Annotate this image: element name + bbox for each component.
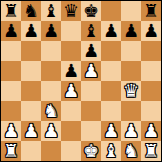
square-b5[interactable] [21,61,41,81]
square-c5[interactable] [41,61,61,81]
piece-white-pawn[interactable]: ♟ [143,121,159,141]
square-e5[interactable]: ♟ [81,61,101,81]
square-c7[interactable]: ♟ [41,21,61,41]
square-f2[interactable]: ♟ [101,121,121,141]
square-h6[interactable] [141,41,161,61]
piece-white-queen[interactable]: ♛ [123,81,139,101]
square-b2[interactable]: ♟ [21,121,41,141]
piece-black-pawn[interactable]: ♟ [3,21,19,41]
square-g7[interactable]: ♟ [121,21,141,41]
square-c1[interactable] [41,141,61,161]
square-f5[interactable] [101,61,121,81]
square-f6[interactable] [101,41,121,61]
piece-white-rook[interactable]: ♜ [143,141,159,161]
square-b3[interactable] [21,101,41,121]
square-a5[interactable] [1,61,21,81]
square-g2[interactable]: ♟ [121,121,141,141]
square-h3[interactable] [141,101,161,121]
piece-black-pawn[interactable]: ♟ [143,21,159,41]
piece-black-rook[interactable]: ♜ [143,1,159,21]
piece-black-pawn[interactable]: ♟ [83,41,99,61]
square-d8[interactable]: ♛ [61,1,81,21]
square-h7[interactable]: ♟ [141,21,161,41]
piece-white-pawn[interactable]: ♟ [123,121,139,141]
square-d2[interactable] [61,121,81,141]
square-b8[interactable]: ♞ [21,1,41,21]
square-e7[interactable]: ♝ [81,21,101,41]
square-e6[interactable]: ♟ [81,41,101,61]
piece-white-knight[interactable]: ♞ [123,141,139,161]
square-a7[interactable]: ♟ [1,21,21,41]
square-b7[interactable]: ♟ [21,21,41,41]
piece-white-pawn[interactable]: ♟ [3,121,19,141]
square-e1[interactable]: ♚ [81,141,101,161]
piece-black-knight[interactable]: ♞ [23,1,39,21]
square-c6[interactable] [41,41,61,61]
piece-white-pawn[interactable]: ♟ [83,61,99,81]
square-f8[interactable] [101,1,121,21]
square-h5[interactable] [141,61,161,81]
square-b1[interactable] [21,141,41,161]
square-g6[interactable] [121,41,141,61]
square-h4[interactable] [141,81,161,101]
square-a4[interactable] [1,81,21,101]
square-g8[interactable] [121,1,141,21]
piece-white-knight[interactable]: ♞ [43,101,59,121]
square-g5[interactable] [121,61,141,81]
square-a8[interactable]: ♜ [1,1,21,21]
piece-white-pawn[interactable]: ♟ [43,121,59,141]
square-h8[interactable]: ♜ [141,1,161,21]
square-c4[interactable] [41,81,61,101]
piece-black-queen[interactable]: ♛ [63,1,79,21]
square-c8[interactable]: ♝ [41,1,61,21]
chess-board: ♜♞♝♛♚♜♟♟♟♝♟♟♟♟♟♟♟♛♞♟♟♟♟♟♟♜♚♝♞♜ [1,1,161,161]
square-e8[interactable]: ♚ [81,1,101,21]
piece-black-pawn[interactable]: ♟ [103,21,119,41]
square-d5[interactable]: ♟ [61,61,81,81]
square-g1[interactable]: ♞ [121,141,141,161]
square-e2[interactable] [81,121,101,141]
piece-white-king[interactable]: ♚ [83,141,99,161]
square-c3[interactable]: ♞ [41,101,61,121]
square-e3[interactable] [81,101,101,121]
square-d7[interactable] [61,21,81,41]
piece-black-pawn[interactable]: ♟ [123,21,139,41]
piece-white-pawn[interactable]: ♟ [63,81,79,101]
square-e4[interactable] [81,81,101,101]
piece-white-pawn[interactable]: ♟ [23,121,39,141]
piece-black-pawn[interactable]: ♟ [43,21,59,41]
square-h2[interactable]: ♟ [141,121,161,141]
square-g4[interactable]: ♛ [121,81,141,101]
square-d6[interactable] [61,41,81,61]
piece-white-bishop[interactable]: ♝ [103,141,119,161]
chess-board-frame: ♜♞♝♛♚♜♟♟♟♝♟♟♟♟♟♟♟♛♞♟♟♟♟♟♟♜♚♝♞♜ [0,0,162,162]
square-b4[interactable] [21,81,41,101]
square-d1[interactable] [61,141,81,161]
piece-black-pawn[interactable]: ♟ [63,61,79,81]
piece-black-king[interactable]: ♚ [83,1,99,21]
piece-black-pawn[interactable]: ♟ [23,21,39,41]
piece-white-rook[interactable]: ♜ [3,141,19,161]
piece-black-rook[interactable]: ♜ [3,1,19,21]
square-f1[interactable]: ♝ [101,141,121,161]
square-a2[interactable]: ♟ [1,121,21,141]
piece-white-pawn[interactable]: ♟ [103,121,119,141]
square-d3[interactable] [61,101,81,121]
piece-black-bishop[interactable]: ♝ [83,21,99,41]
square-g3[interactable] [121,101,141,121]
square-h1[interactable]: ♜ [141,141,161,161]
square-f3[interactable] [101,101,121,121]
square-a3[interactable] [1,101,21,121]
square-c2[interactable]: ♟ [41,121,61,141]
square-f7[interactable]: ♟ [101,21,121,41]
square-a6[interactable] [1,41,21,61]
square-f4[interactable] [101,81,121,101]
square-d4[interactable]: ♟ [61,81,81,101]
square-a1[interactable]: ♜ [1,141,21,161]
square-b6[interactable] [21,41,41,61]
piece-black-bishop[interactable]: ♝ [43,1,59,21]
